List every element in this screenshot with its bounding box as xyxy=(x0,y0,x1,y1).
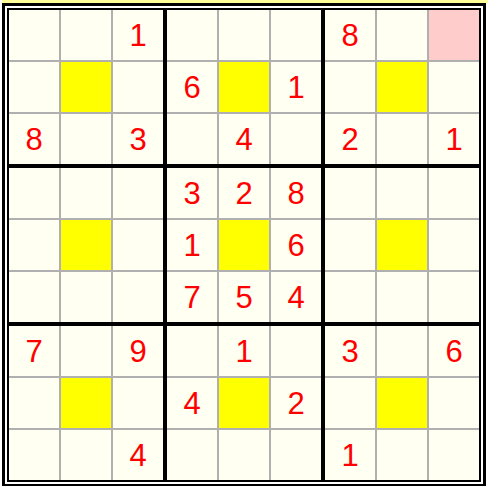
cell-r5c3[interactable] xyxy=(113,220,163,270)
cell-r4c6[interactable]: 8 xyxy=(271,168,321,218)
cell-r3c1[interactable]: 8 xyxy=(9,114,59,164)
cell-r2c4[interactable]: 6 xyxy=(167,62,217,112)
box-3-2: 142 xyxy=(165,324,323,482)
cell-r2c1[interactable] xyxy=(9,62,59,112)
box-2-1 xyxy=(7,166,165,324)
cell-r4c4[interactable]: 3 xyxy=(167,168,217,218)
cell-r3c2[interactable] xyxy=(61,114,111,164)
cell-r8c8[interactable] xyxy=(377,378,427,428)
cell-r2c2[interactable] xyxy=(61,62,111,112)
cell-r6c5[interactable]: 5 xyxy=(219,272,269,322)
cell-r8c1[interactable] xyxy=(9,378,59,428)
cell-r5c8[interactable] xyxy=(377,220,427,270)
cell-r5c2[interactable] xyxy=(61,220,111,270)
cell-r4c3[interactable] xyxy=(113,168,163,218)
cell-r4c9[interactable] xyxy=(429,168,479,218)
cell-r7c3[interactable]: 9 xyxy=(113,326,163,376)
cell-r3c5[interactable]: 4 xyxy=(219,114,269,164)
cell-r6c9[interactable] xyxy=(429,272,479,322)
cell-r7c5[interactable]: 1 xyxy=(219,326,269,376)
cell-r1c9[interactable] xyxy=(429,10,479,60)
cell-r4c8[interactable] xyxy=(377,168,427,218)
cell-r3c6[interactable] xyxy=(271,114,321,164)
cell-r2c3[interactable] xyxy=(113,62,163,112)
cell-r6c7[interactable] xyxy=(325,272,375,322)
cell-r9c9[interactable] xyxy=(429,430,479,480)
cell-r1c7[interactable]: 8 xyxy=(325,10,375,60)
cell-r9c3[interactable]: 4 xyxy=(113,430,163,480)
cell-r1c8[interactable] xyxy=(377,10,427,60)
cell-r5c6[interactable]: 6 xyxy=(271,220,321,270)
cell-r7c7[interactable]: 3 xyxy=(325,326,375,376)
cell-r9c4[interactable] xyxy=(167,430,217,480)
box-1-3: 821 xyxy=(323,8,481,166)
cell-r5c5[interactable] xyxy=(219,220,269,270)
cell-r4c1[interactable] xyxy=(9,168,59,218)
cell-r8c6[interactable]: 2 xyxy=(271,378,321,428)
cell-r4c7[interactable] xyxy=(325,168,375,218)
cell-r7c8[interactable] xyxy=(377,326,427,376)
cell-r3c8[interactable] xyxy=(377,114,427,164)
cell-r1c2[interactable] xyxy=(61,10,111,60)
cell-r8c9[interactable] xyxy=(429,378,479,428)
cell-r8c4[interactable]: 4 xyxy=(167,378,217,428)
cell-r8c3[interactable] xyxy=(113,378,163,428)
box-3-3: 361 xyxy=(323,324,481,482)
cell-r9c5[interactable] xyxy=(219,430,269,480)
cell-r3c3[interactable]: 3 xyxy=(113,114,163,164)
cell-r5c7[interactable] xyxy=(325,220,375,270)
cell-r6c1[interactable] xyxy=(9,272,59,322)
box-1-2: 614 xyxy=(165,8,323,166)
cell-r8c5[interactable] xyxy=(219,378,269,428)
cell-r5c4[interactable]: 1 xyxy=(167,220,217,270)
cell-r7c2[interactable] xyxy=(61,326,111,376)
box-2-2: 32816754 xyxy=(165,166,323,324)
cell-r7c6[interactable] xyxy=(271,326,321,376)
box-3-1: 794 xyxy=(7,324,165,482)
cell-r3c7[interactable]: 2 xyxy=(325,114,375,164)
cell-r5c9[interactable] xyxy=(429,220,479,270)
cell-r2c6[interactable]: 1 xyxy=(271,62,321,112)
box-1-1: 183 xyxy=(7,8,165,166)
cell-r7c4[interactable] xyxy=(167,326,217,376)
cell-r6c4[interactable]: 7 xyxy=(167,272,217,322)
cell-r1c4[interactable] xyxy=(167,10,217,60)
cell-r4c2[interactable] xyxy=(61,168,111,218)
cell-r7c1[interactable]: 7 xyxy=(9,326,59,376)
sudoku-board-frame: 18361482132816754794142361 xyxy=(2,3,486,486)
cell-r2c5[interactable] xyxy=(219,62,269,112)
cell-r1c5[interactable] xyxy=(219,10,269,60)
cell-r9c6[interactable] xyxy=(271,430,321,480)
cell-r6c3[interactable] xyxy=(113,272,163,322)
cell-r5c1[interactable] xyxy=(9,220,59,270)
sudoku-board: 18361482132816754794142361 xyxy=(7,8,481,482)
cell-r3c9[interactable]: 1 xyxy=(429,114,479,164)
cell-r7c9[interactable]: 6 xyxy=(429,326,479,376)
cell-r8c2[interactable] xyxy=(61,378,111,428)
cell-r2c9[interactable] xyxy=(429,62,479,112)
cell-r1c3[interactable]: 1 xyxy=(113,10,163,60)
cell-r9c1[interactable] xyxy=(9,430,59,480)
cell-r4c5[interactable]: 2 xyxy=(219,168,269,218)
cell-r9c8[interactable] xyxy=(377,430,427,480)
cell-r3c4[interactable] xyxy=(167,114,217,164)
cell-r2c7[interactable] xyxy=(325,62,375,112)
cell-r1c6[interactable] xyxy=(271,10,321,60)
cell-r6c2[interactable] xyxy=(61,272,111,322)
cell-r6c8[interactable] xyxy=(377,272,427,322)
cell-r6c6[interactable]: 4 xyxy=(271,272,321,322)
cell-r1c1[interactable] xyxy=(9,10,59,60)
box-2-3 xyxy=(323,166,481,324)
cell-r9c7[interactable]: 1 xyxy=(325,430,375,480)
cell-r9c2[interactable] xyxy=(61,430,111,480)
cell-r2c8[interactable] xyxy=(377,62,427,112)
cell-r8c7[interactable] xyxy=(325,378,375,428)
